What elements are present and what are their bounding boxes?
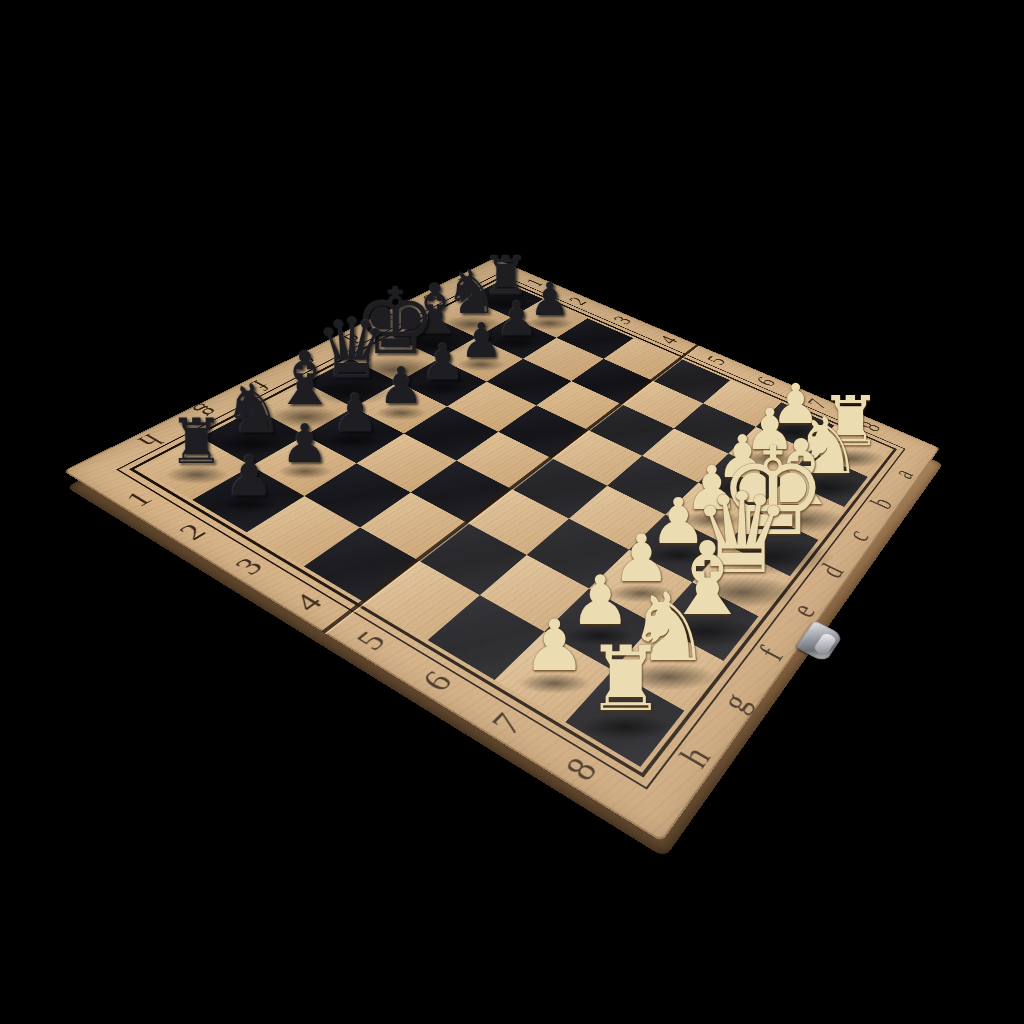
chess-piece-glyph: ♜: [169, 405, 225, 478]
chess-piece-glyph: ♟: [332, 384, 379, 444]
black-pawn-h2: ♟: [225, 449, 274, 504]
black-pawn-g2: ♟: [281, 417, 329, 470]
chess-piece-glyph: ♟: [421, 332, 465, 390]
chess-piece-glyph: ♟: [523, 604, 586, 687]
product-photo: 1122334455667788aabbccddeeffgghh ♜♞♝♚♛♝♞…: [0, 0, 1024, 1024]
chess-piece-glyph: ♟: [225, 444, 274, 508]
black-pawn-f2: ♟: [332, 388, 379, 440]
white-rook-h8: ♜: [586, 636, 666, 726]
chess-piece-glyph: ♟: [281, 412, 329, 475]
white-pawn-h7: ♟: [523, 611, 586, 682]
chess-piece-glyph: ♞: [223, 370, 284, 449]
black-knight-g1: ♞: [223, 376, 284, 444]
chess-piece-glyph: ♜: [586, 628, 666, 732]
black-rook-h1: ♜: [169, 411, 225, 474]
black-pawn-d2: ♟: [421, 337, 465, 386]
black-pawn-e2: ♟: [378, 361, 423, 412]
pieces-layer: ♜♞♝♚♛♝♞♜♟♟♟♟♟♟♟♟♟♟♟♟♟♟♟♟♜♞♝♚♛♝♞♜: [0, 0, 1024, 1024]
chess-piece-glyph: ♟: [460, 312, 503, 368]
chess-piece-glyph: ♟: [378, 356, 423, 415]
black-pawn-c2: ♟: [460, 316, 503, 364]
